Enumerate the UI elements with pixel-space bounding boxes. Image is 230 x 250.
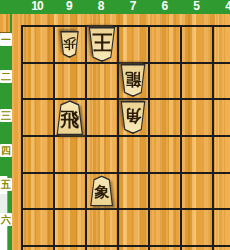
board-cell[interactable] <box>148 62 180 99</box>
board-cell[interactable] <box>212 172 230 209</box>
board-cell[interactable] <box>53 245 85 250</box>
file-label-5: 5 <box>193 0 199 14</box>
piece-kanji: 龍 <box>125 71 141 87</box>
board-cell[interactable] <box>53 62 85 99</box>
board-cell[interactable] <box>212 25 230 62</box>
file-label-8: 8 <box>98 0 104 14</box>
piece-kanji: 角 <box>125 107 142 124</box>
board-cell[interactable] <box>212 62 230 99</box>
board-cell[interactable] <box>148 98 180 135</box>
piece-kanji: 象 <box>94 185 109 200</box>
piece-dragon-king[interactable]: 龍 <box>119 64 147 97</box>
board-cell[interactable] <box>85 135 117 172</box>
board-cell[interactable] <box>53 172 85 209</box>
rank-label-6: 六 <box>0 213 12 226</box>
board-cell[interactable] <box>117 208 149 245</box>
board-cell[interactable] <box>148 172 180 209</box>
board-cell[interactable] <box>53 208 85 245</box>
file-label-9: 9 <box>66 0 72 14</box>
file-coordinates-bar: 10987654 <box>0 0 230 14</box>
rank-label-4: 四 <box>0 144 12 157</box>
board-cell[interactable] <box>53 135 85 172</box>
board-cell[interactable] <box>212 98 230 135</box>
board-cell[interactable] <box>148 208 180 245</box>
board-cell[interactable] <box>212 208 230 245</box>
board-cell[interactable] <box>117 245 149 250</box>
board-cell[interactable] <box>21 135 53 172</box>
board-cell[interactable] <box>180 98 212 135</box>
board-cell[interactable] <box>180 62 212 99</box>
board-cell[interactable] <box>21 245 53 250</box>
wood-corner-fragment <box>0 14 10 33</box>
board-cell[interactable] <box>180 245 212 250</box>
piece-rook[interactable]: 飛 <box>55 100 85 135</box>
board-cell[interactable] <box>85 245 117 250</box>
board-cell[interactable] <box>117 135 149 172</box>
board-cell[interactable] <box>85 62 117 99</box>
board-cell[interactable] <box>180 172 212 209</box>
board-cell[interactable] <box>21 62 53 99</box>
rank-label-1: 一 <box>0 33 12 46</box>
board-cell[interactable] <box>148 245 180 250</box>
shogi-variant-board-window: 歩王龍角飛象 10987654 一二三四五六 <box>0 0 230 250</box>
board-cell[interactable] <box>21 208 53 245</box>
board-grid: 歩王龍角飛象 <box>21 25 230 250</box>
rank-label-2: 二 <box>0 70 12 83</box>
rank-label-5: 五 <box>0 178 12 191</box>
board-cell[interactable] <box>148 25 180 62</box>
board-cell[interactable] <box>180 208 212 245</box>
piece-drunk-elephant[interactable]: 象 <box>89 175 115 206</box>
file-label-4: 4 <box>225 0 230 14</box>
board-cell[interactable] <box>117 25 149 62</box>
piece-kanji: 歩 <box>63 36 76 49</box>
board-cell[interactable] <box>21 172 53 209</box>
board-cell[interactable] <box>21 25 53 62</box>
piece-pawn[interactable]: 歩 <box>59 31 80 58</box>
piece-bishop[interactable]: 角 <box>119 101 147 134</box>
board-cell[interactable] <box>212 135 230 172</box>
board-cell[interactable] <box>85 208 117 245</box>
board-cell[interactable] <box>180 25 212 62</box>
board-cell[interactable] <box>180 135 212 172</box>
file-label-10: 10 <box>31 0 42 14</box>
board-cell[interactable] <box>117 172 149 209</box>
board-cell[interactable] <box>212 245 230 250</box>
piece-king[interactable]: 王 <box>87 27 117 62</box>
board-cell[interactable] <box>85 98 117 135</box>
board-cell[interactable] <box>148 135 180 172</box>
rank-label-3: 三 <box>0 109 12 122</box>
file-label-7: 7 <box>130 0 136 14</box>
piece-kanji: 飛 <box>60 110 79 129</box>
board-cell[interactable] <box>21 98 53 135</box>
piece-kanji: 王 <box>92 32 112 52</box>
file-label-6: 6 <box>161 0 167 14</box>
